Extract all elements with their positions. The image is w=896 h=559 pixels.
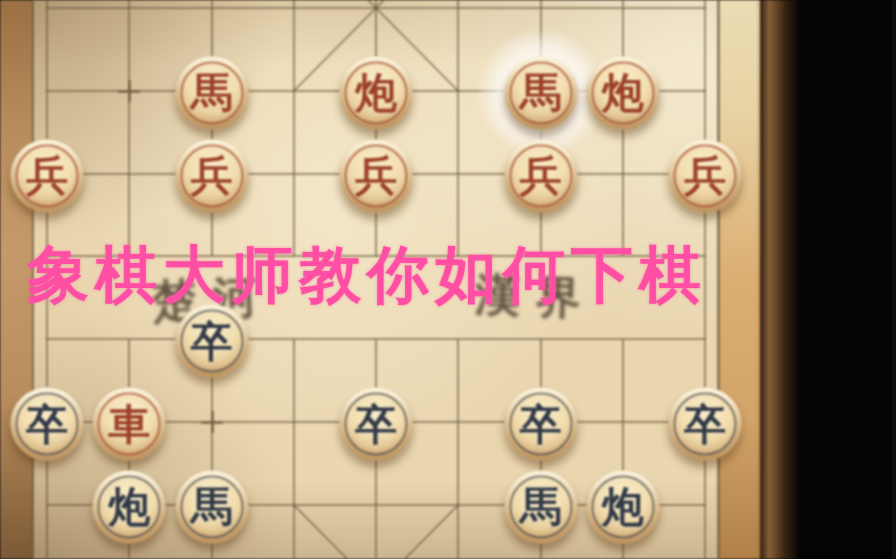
piece-black-soldier[interactable]: 卒 (504, 388, 577, 461)
piece-black-horse[interactable]: 馬 (504, 470, 577, 543)
letterbox-seam (893, 0, 895, 559)
piece-red-chariot[interactable]: 車 (93, 388, 166, 461)
piece-red-soldier[interactable]: 兵 (11, 139, 84, 212)
piece-red-soldier[interactable]: 兵 (175, 139, 248, 212)
piece-character: 兵 (355, 155, 397, 197)
piece-black-soldier[interactable]: 卒 (669, 388, 742, 461)
grid-line (293, 339, 295, 559)
piece-character: 兵 (684, 155, 726, 197)
piece-character: 兵 (520, 155, 562, 197)
piece-red-soldier[interactable]: 兵 (340, 139, 413, 212)
piece-red-horse[interactable]: 馬 (504, 56, 577, 129)
grid-line (293, 0, 295, 256)
piece-red-soldier[interactable]: 兵 (504, 139, 577, 212)
piece-character: 卒 (26, 403, 68, 445)
piece-character: 馬 (520, 486, 562, 528)
piece-red-cannon[interactable]: 炮 (586, 56, 659, 129)
point-marker (201, 411, 223, 433)
piece-black-cannon[interactable]: 炮 (586, 470, 659, 543)
grid-line (457, 0, 459, 256)
piece-character: 炮 (355, 72, 397, 114)
piece-character: 卒 (191, 320, 233, 362)
piece-red-horse[interactable]: 馬 (175, 56, 248, 129)
piece-character: 炮 (108, 486, 150, 528)
piece-character: 卒 (355, 403, 397, 445)
piece-character: 馬 (191, 72, 233, 114)
piece-red-cannon[interactable]: 炮 (340, 56, 413, 129)
piece-character: 卒 (520, 403, 562, 445)
piece-character: 車 (108, 403, 150, 445)
piece-black-cannon[interactable]: 炮 (93, 470, 166, 543)
grid-line (128, 0, 130, 256)
piece-character: 馬 (191, 486, 233, 528)
point-marker (118, 80, 140, 102)
piece-character: 炮 (602, 72, 644, 114)
piece-black-soldier[interactable]: 卒 (340, 388, 413, 461)
piece-red-soldier[interactable]: 兵 (669, 139, 742, 212)
piece-character: 兵 (26, 155, 68, 197)
grid-line (457, 339, 459, 559)
piece-character: 炮 (602, 486, 644, 528)
piece-black-horse[interactable]: 馬 (175, 470, 248, 543)
video-frame: 楚河 漢界 馬炮馬炮兵兵兵兵兵車卒卒卒卒卒炮馬馬炮 象棋大师教你如何下棋 (0, 0, 896, 559)
letterbox-right (798, 0, 896, 559)
grid-line (717, 0, 720, 559)
piece-character: 卒 (684, 403, 726, 445)
piece-black-soldier[interactable]: 卒 (11, 388, 84, 461)
piece-character: 馬 (520, 72, 562, 114)
video-caption-text: 象棋大师教你如何下棋 (27, 233, 707, 317)
piece-character: 兵 (191, 155, 233, 197)
